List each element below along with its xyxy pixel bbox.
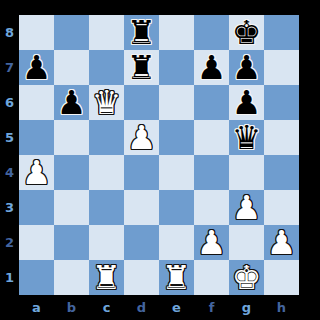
square-c1[interactable]: ♜ (89, 260, 124, 295)
square-g7[interactable]: ♟ (229, 50, 264, 85)
square-g8[interactable]: ♚ (229, 15, 264, 50)
square-a5[interactable] (19, 120, 54, 155)
white-pawn[interactable]: ♟ (232, 190, 262, 225)
square-f7[interactable]: ♟ (194, 50, 229, 85)
file-label-e: e (159, 295, 194, 320)
square-h3[interactable] (264, 190, 299, 225)
square-h8[interactable] (264, 15, 299, 50)
rank-label-6: 6 (0, 85, 19, 120)
rank-label-5: 5 (0, 120, 19, 155)
black-pawn[interactable]: ♟ (232, 85, 262, 120)
square-a4[interactable]: ♟ (19, 155, 54, 190)
file-labels: abcdefgh (19, 295, 299, 320)
square-h5[interactable] (264, 120, 299, 155)
file-label-c: c (89, 295, 124, 320)
square-g2[interactable] (229, 225, 264, 260)
square-d4[interactable] (124, 155, 159, 190)
square-a2[interactable] (19, 225, 54, 260)
square-c5[interactable] (89, 120, 124, 155)
square-e3[interactable] (159, 190, 194, 225)
square-b8[interactable] (54, 15, 89, 50)
black-pawn[interactable]: ♟ (22, 50, 52, 85)
square-a7[interactable]: ♟ (19, 50, 54, 85)
file-label-f: f (194, 295, 229, 320)
square-a3[interactable] (19, 190, 54, 225)
square-g1[interactable]: ♚ (229, 260, 264, 295)
rank-label-3: 3 (0, 190, 19, 225)
square-c4[interactable] (89, 155, 124, 190)
square-h4[interactable] (264, 155, 299, 190)
square-b3[interactable] (54, 190, 89, 225)
square-c8[interactable] (89, 15, 124, 50)
square-b6[interactable]: ♟ (54, 85, 89, 120)
black-pawn[interactable]: ♟ (57, 85, 87, 120)
white-rook[interactable]: ♜ (162, 260, 192, 295)
square-c6[interactable]: ♛ (89, 85, 124, 120)
square-h2[interactable]: ♟ (264, 225, 299, 260)
square-b2[interactable] (54, 225, 89, 260)
square-d5[interactable]: ♟ (124, 120, 159, 155)
square-d1[interactable] (124, 260, 159, 295)
file-label-d: d (124, 295, 159, 320)
square-e8[interactable] (159, 15, 194, 50)
square-d3[interactable] (124, 190, 159, 225)
rank-labels: 87654321 (0, 15, 19, 295)
square-e5[interactable] (159, 120, 194, 155)
square-b7[interactable] (54, 50, 89, 85)
chess-board: ♜♚♟♜♟♟♟♛♟♟♛♟♟♟♟♜♜♚ (19, 15, 299, 295)
rank-label-4: 4 (0, 155, 19, 190)
square-c2[interactable] (89, 225, 124, 260)
square-d6[interactable] (124, 85, 159, 120)
square-e2[interactable] (159, 225, 194, 260)
square-e6[interactable] (159, 85, 194, 120)
white-pawn[interactable]: ♟ (267, 225, 297, 260)
square-g6[interactable]: ♟ (229, 85, 264, 120)
white-king[interactable]: ♚ (232, 260, 262, 295)
square-f1[interactable] (194, 260, 229, 295)
file-label-b: b (54, 295, 89, 320)
square-e4[interactable] (159, 155, 194, 190)
square-f6[interactable] (194, 85, 229, 120)
black-rook[interactable]: ♜ (127, 50, 157, 85)
square-a1[interactable] (19, 260, 54, 295)
square-a8[interactable] (19, 15, 54, 50)
white-pawn[interactable]: ♟ (22, 155, 52, 190)
rank-label-1: 1 (0, 260, 19, 295)
square-g5[interactable]: ♛ (229, 120, 264, 155)
black-pawn[interactable]: ♟ (232, 50, 262, 85)
square-d8[interactable]: ♜ (124, 15, 159, 50)
file-label-h: h (264, 295, 299, 320)
square-f3[interactable] (194, 190, 229, 225)
square-d7[interactable]: ♜ (124, 50, 159, 85)
square-c7[interactable] (89, 50, 124, 85)
square-f8[interactable] (194, 15, 229, 50)
square-e1[interactable]: ♜ (159, 260, 194, 295)
square-g4[interactable] (229, 155, 264, 190)
white-queen[interactable]: ♛ (92, 85, 122, 120)
rank-label-2: 2 (0, 225, 19, 260)
black-king[interactable]: ♚ (232, 15, 262, 50)
square-h7[interactable] (264, 50, 299, 85)
black-pawn[interactable]: ♟ (197, 50, 227, 85)
square-h1[interactable] (264, 260, 299, 295)
file-label-g: g (229, 295, 264, 320)
rank-label-8: 8 (0, 15, 19, 50)
square-g3[interactable]: ♟ (229, 190, 264, 225)
square-d2[interactable] (124, 225, 159, 260)
file-label-a: a (19, 295, 54, 320)
rank-label-7: 7 (0, 50, 19, 85)
square-c3[interactable] (89, 190, 124, 225)
square-a6[interactable] (19, 85, 54, 120)
square-e7[interactable] (159, 50, 194, 85)
chess-board-frame: ♜♚♟♜♟♟♟♛♟♟♛♟♟♟♟♜♜♚ 87654321 abcdefgh (0, 0, 320, 320)
square-f2[interactable]: ♟ (194, 225, 229, 260)
square-f5[interactable] (194, 120, 229, 155)
black-queen[interactable]: ♛ (232, 120, 262, 155)
white-pawn[interactable]: ♟ (197, 225, 227, 260)
square-b5[interactable] (54, 120, 89, 155)
black-rook[interactable]: ♜ (127, 15, 157, 50)
square-h6[interactable] (264, 85, 299, 120)
white-pawn[interactable]: ♟ (127, 120, 157, 155)
white-rook[interactable]: ♜ (92, 260, 122, 295)
square-b4[interactable] (54, 155, 89, 190)
square-b1[interactable] (54, 260, 89, 295)
square-f4[interactable] (194, 155, 229, 190)
